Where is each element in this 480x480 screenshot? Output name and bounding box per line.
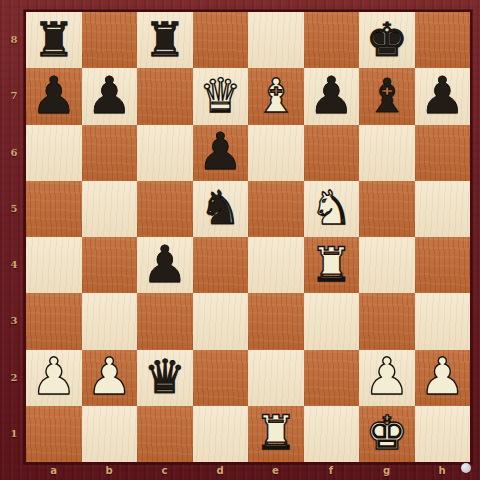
square-h5[interactable] — [415, 181, 471, 237]
square-b1[interactable] — [82, 406, 138, 462]
square-e1[interactable]: ♜ — [248, 406, 304, 462]
square-a4[interactable] — [26, 237, 82, 293]
square-c3[interactable] — [137, 293, 193, 349]
square-b2[interactable]: ♟ — [82, 350, 138, 406]
square-g8[interactable]: ♚ — [359, 12, 415, 68]
white-pawn-h2[interactable]: ♟ — [419, 351, 465, 402]
square-e4[interactable] — [248, 237, 304, 293]
black-pawn-c4[interactable]: ♟ — [142, 239, 188, 290]
square-g3[interactable] — [359, 293, 415, 349]
square-g7[interactable]: ♝ — [359, 68, 415, 124]
square-g4[interactable] — [359, 237, 415, 293]
square-a2[interactable]: ♟ — [26, 350, 82, 406]
file-label-g: g — [359, 465, 414, 476]
square-c6[interactable] — [137, 125, 193, 181]
black-pawn-d6[interactable]: ♟ — [197, 126, 243, 177]
chess-board[interactable]: ♜♜♚♟♟♛♝♟♝♟♟♞♞♟♜♟♟♛♟♟♜♚ — [26, 12, 470, 462]
file-label-b: b — [82, 465, 137, 476]
square-h3[interactable] — [415, 293, 471, 349]
white-bishop-e7[interactable]: ♝ — [255, 72, 297, 119]
square-a8[interactable]: ♜ — [26, 12, 82, 68]
square-a7[interactable]: ♟ — [26, 68, 82, 124]
white-queen-d7[interactable]: ♛ — [199, 72, 241, 119]
square-e3[interactable] — [248, 293, 304, 349]
square-c4[interactable]: ♟ — [137, 237, 193, 293]
square-g1[interactable]: ♚ — [359, 406, 415, 462]
black-pawn-h7[interactable]: ♟ — [419, 70, 465, 121]
square-d2[interactable] — [193, 350, 249, 406]
square-b8[interactable] — [82, 12, 138, 68]
file-label-d: d — [193, 465, 248, 476]
rank-label-5: 5 — [5, 203, 23, 214]
square-b5[interactable] — [82, 181, 138, 237]
rank-label-4: 4 — [5, 259, 23, 270]
black-queen-c2[interactable]: ♛ — [144, 353, 186, 400]
square-d3[interactable] — [193, 293, 249, 349]
white-pawn-b2[interactable]: ♟ — [86, 351, 132, 402]
square-c7[interactable] — [137, 68, 193, 124]
square-g6[interactable] — [359, 125, 415, 181]
black-bishop-g7[interactable]: ♝ — [366, 72, 408, 119]
square-a6[interactable] — [26, 125, 82, 181]
square-f3[interactable] — [304, 293, 360, 349]
square-g5[interactable] — [359, 181, 415, 237]
square-h1[interactable] — [415, 406, 471, 462]
black-knight-d5[interactable]: ♞ — [199, 184, 241, 231]
black-pawn-b7[interactable]: ♟ — [86, 70, 132, 121]
white-rook-f4[interactable]: ♜ — [310, 241, 352, 288]
square-h2[interactable]: ♟ — [415, 350, 471, 406]
square-f7[interactable]: ♟ — [304, 68, 360, 124]
square-f1[interactable] — [304, 406, 360, 462]
square-d5[interactable]: ♞ — [193, 181, 249, 237]
square-a3[interactable] — [26, 293, 82, 349]
square-c5[interactable] — [137, 181, 193, 237]
white-knight-f5[interactable]: ♞ — [310, 184, 352, 231]
square-c8[interactable]: ♜ — [137, 12, 193, 68]
black-rook-c8[interactable]: ♜ — [144, 16, 186, 63]
white-king-g1[interactable]: ♚ — [366, 409, 408, 456]
square-d6[interactable]: ♟ — [193, 125, 249, 181]
board-frame: ♜♜♚♟♟♛♝♟♝♟♟♞♞♟♜♟♟♛♟♟♜♚ 87654321abcdefgh — [0, 0, 480, 480]
square-h4[interactable] — [415, 237, 471, 293]
white-rook-e1[interactable]: ♜ — [255, 409, 297, 456]
square-e8[interactable] — [248, 12, 304, 68]
black-pawn-a7[interactable]: ♟ — [31, 70, 77, 121]
square-e2[interactable] — [248, 350, 304, 406]
white-pawn-g2[interactable]: ♟ — [364, 351, 410, 402]
square-d7[interactable]: ♛ — [193, 68, 249, 124]
rank-label-2: 2 — [5, 372, 23, 383]
file-label-c: c — [137, 465, 192, 476]
file-label-a: a — [26, 465, 81, 476]
square-c2[interactable]: ♛ — [137, 350, 193, 406]
rank-label-6: 6 — [5, 147, 23, 158]
rank-label-8: 8 — [5, 34, 23, 45]
square-a1[interactable] — [26, 406, 82, 462]
black-pawn-f7[interactable]: ♟ — [308, 70, 354, 121]
rank-label-7: 7 — [5, 90, 23, 101]
black-rook-a8[interactable]: ♜ — [33, 16, 75, 63]
corner-dot — [461, 463, 471, 473]
square-d1[interactable] — [193, 406, 249, 462]
square-b7[interactable]: ♟ — [82, 68, 138, 124]
square-f8[interactable] — [304, 12, 360, 68]
file-label-e: e — [248, 465, 303, 476]
square-h8[interactable] — [415, 12, 471, 68]
square-c1[interactable] — [137, 406, 193, 462]
square-e6[interactable] — [248, 125, 304, 181]
square-f2[interactable] — [304, 350, 360, 406]
square-e5[interactable] — [248, 181, 304, 237]
square-h6[interactable] — [415, 125, 471, 181]
square-b6[interactable] — [82, 125, 138, 181]
black-king-g8[interactable]: ♚ — [366, 16, 408, 63]
file-label-f: f — [304, 465, 359, 476]
rank-label-3: 3 — [5, 315, 23, 326]
square-h7[interactable]: ♟ — [415, 68, 471, 124]
square-b4[interactable] — [82, 237, 138, 293]
square-f5[interactable]: ♞ — [304, 181, 360, 237]
square-d4[interactable] — [193, 237, 249, 293]
square-f6[interactable] — [304, 125, 360, 181]
square-g2[interactable]: ♟ — [359, 350, 415, 406]
square-f4[interactable]: ♜ — [304, 237, 360, 293]
square-e7[interactable]: ♝ — [248, 68, 304, 124]
square-b3[interactable] — [82, 293, 138, 349]
white-pawn-a2[interactable]: ♟ — [31, 351, 77, 402]
rank-label-1: 1 — [5, 428, 23, 439]
square-d8[interactable] — [193, 12, 249, 68]
square-a5[interactable] — [26, 181, 82, 237]
